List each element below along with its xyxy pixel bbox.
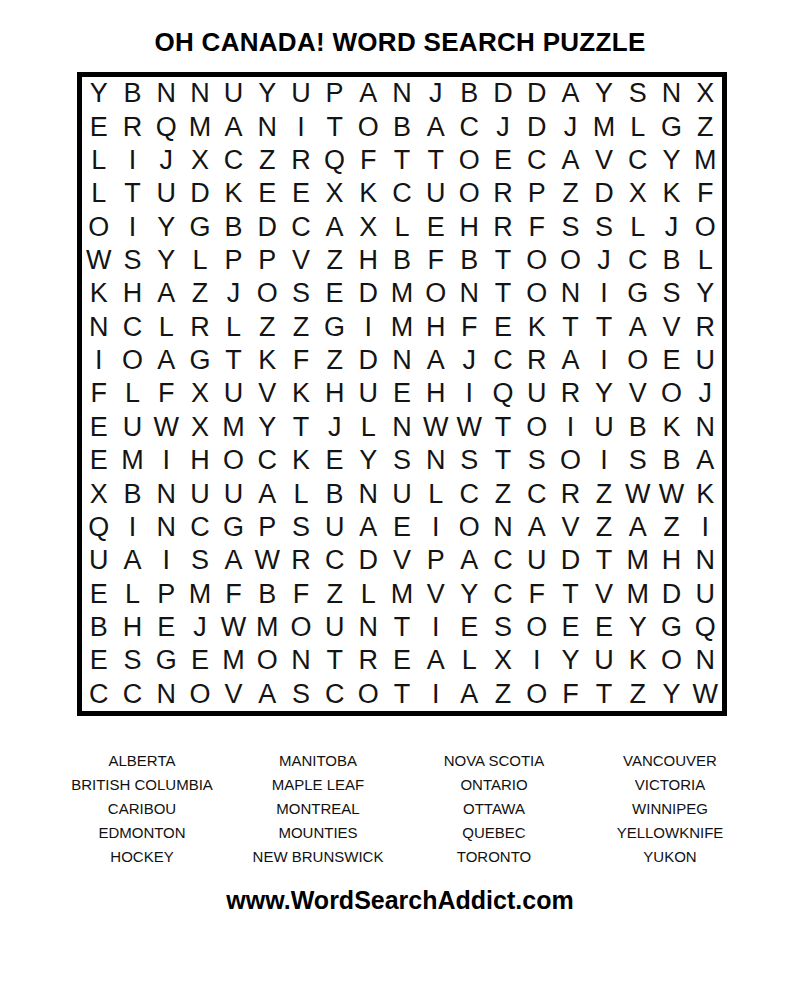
grid-cell[interactable]: Z — [587, 511, 621, 544]
grid-cell[interactable]: O — [453, 511, 487, 544]
grid-cell[interactable]: Q — [486, 377, 520, 410]
grid-cell[interactable]: X — [621, 177, 655, 210]
grid-cell[interactable]: A — [217, 110, 251, 143]
grid-cell[interactable]: U — [318, 511, 352, 544]
grid-cell[interactable]: E — [385, 511, 419, 544]
grid-cell[interactable]: G — [183, 344, 217, 377]
grid-cell[interactable]: N — [351, 477, 385, 510]
grid-cell[interactable]: O — [655, 377, 689, 410]
grid-cell[interactable]: I — [688, 511, 722, 544]
grid-cell[interactable]: O — [688, 210, 722, 243]
grid-cell[interactable]: G — [183, 210, 217, 243]
grid-cell[interactable]: F — [419, 244, 453, 277]
grid-cell[interactable]: N — [250, 110, 284, 143]
grid-cell[interactable]: H — [655, 544, 689, 577]
grid-cell[interactable]: C — [621, 244, 655, 277]
grid-cell[interactable]: K — [250, 344, 284, 377]
grid-cell[interactable]: K — [351, 177, 385, 210]
grid-cell[interactable]: R — [486, 210, 520, 243]
grid-cell[interactable]: N — [149, 477, 183, 510]
grid-cell[interactable]: H — [351, 244, 385, 277]
grid-cell[interactable]: C — [183, 511, 217, 544]
grid-cell[interactable]: G — [655, 110, 689, 143]
grid-cell[interactable]: C — [318, 544, 352, 577]
grid-cell[interactable]: O — [520, 611, 554, 644]
grid-cell[interactable]: T — [318, 644, 352, 677]
grid-cell[interactable]: O — [520, 411, 554, 444]
grid-cell[interactable]: B — [385, 244, 419, 277]
grid-cell[interactable]: P — [318, 77, 352, 110]
grid-cell[interactable]: S — [116, 244, 150, 277]
grid-cell[interactable]: O — [351, 110, 385, 143]
grid-cell[interactable]: Y — [351, 444, 385, 477]
grid-cell[interactable]: J — [419, 77, 453, 110]
grid-cell[interactable]: L — [621, 110, 655, 143]
grid-cell[interactable]: D — [554, 544, 588, 577]
grid-cell[interactable]: C — [116, 678, 150, 711]
grid-cell[interactable]: A — [621, 311, 655, 344]
grid-cell[interactable]: A — [554, 77, 588, 110]
grid-cell[interactable]: E — [587, 611, 621, 644]
grid-cell[interactable]: L — [688, 244, 722, 277]
grid-cell[interactable]: C — [116, 311, 150, 344]
grid-cell[interactable]: J — [183, 611, 217, 644]
grid-cell[interactable]: L — [82, 144, 116, 177]
grid-cell[interactable]: O — [183, 678, 217, 711]
grid-cell[interactable]: N — [419, 444, 453, 477]
grid-cell[interactable]: Z — [486, 477, 520, 510]
grid-cell[interactable]: U — [183, 477, 217, 510]
grid-cell[interactable]: K — [655, 411, 689, 444]
grid-cell[interactable]: Y — [621, 611, 655, 644]
grid-cell[interactable]: R — [688, 311, 722, 344]
grid-cell[interactable]: L — [116, 578, 150, 611]
grid-cell[interactable]: P — [419, 544, 453, 577]
grid-cell[interactable]: F — [284, 344, 318, 377]
grid-cell[interactable]: A — [419, 344, 453, 377]
grid-cell[interactable]: Y — [587, 77, 621, 110]
grid-cell[interactable]: A — [621, 511, 655, 544]
grid-cell[interactable]: Z — [318, 244, 352, 277]
grid-cell[interactable]: I — [116, 144, 150, 177]
grid-cell[interactable]: V — [217, 678, 251, 711]
grid-cell[interactable]: N — [385, 77, 419, 110]
grid-cell[interactable]: X — [351, 210, 385, 243]
grid-cell[interactable]: L — [82, 177, 116, 210]
grid-cell[interactable]: N — [688, 411, 722, 444]
grid-cell[interactable]: M — [250, 611, 284, 644]
grid-cell[interactable]: P — [149, 578, 183, 611]
grid-cell[interactable]: P — [520, 177, 554, 210]
grid-cell[interactable]: E — [82, 578, 116, 611]
grid-cell[interactable]: D — [520, 77, 554, 110]
grid-cell[interactable]: Y — [149, 244, 183, 277]
grid-cell[interactable]: B — [655, 444, 689, 477]
grid-cell[interactable]: I — [587, 344, 621, 377]
grid-cell[interactable]: A — [351, 511, 385, 544]
grid-cell[interactable]: F — [82, 377, 116, 410]
grid-cell[interactable]: D — [183, 177, 217, 210]
grid-cell[interactable]: Z — [655, 511, 689, 544]
grid-cell[interactable]: N — [385, 344, 419, 377]
grid-cell[interactable]: T — [587, 311, 621, 344]
grid-cell[interactable]: M — [621, 544, 655, 577]
grid-cell[interactable]: T — [217, 344, 251, 377]
grid-cell[interactable]: E — [655, 344, 689, 377]
grid-cell[interactable]: M — [587, 110, 621, 143]
grid-cell[interactable]: O — [554, 444, 588, 477]
grid-cell[interactable]: Y — [688, 277, 722, 310]
grid-cell[interactable]: C — [520, 477, 554, 510]
grid-cell[interactable]: H — [419, 311, 453, 344]
grid-cell[interactable]: V — [587, 578, 621, 611]
grid-cell[interactable]: K — [520, 311, 554, 344]
grid-cell[interactable]: M — [217, 644, 251, 677]
grid-cell[interactable]: C — [82, 678, 116, 711]
grid-cell[interactable]: T — [385, 678, 419, 711]
grid-cell[interactable]: G — [149, 644, 183, 677]
grid-cell[interactable]: Z — [318, 344, 352, 377]
grid-cell[interactable]: F — [520, 578, 554, 611]
grid-cell[interactable]: H — [453, 210, 487, 243]
grid-cell[interactable]: X — [82, 477, 116, 510]
grid-cell[interactable]: E — [284, 177, 318, 210]
grid-cell[interactable]: U — [587, 644, 621, 677]
grid-cell[interactable]: O — [351, 678, 385, 711]
grid-cell[interactable]: I — [351, 311, 385, 344]
grid-cell[interactable]: Y — [453, 578, 487, 611]
grid-cell[interactable]: D — [520, 110, 554, 143]
grid-cell[interactable]: A — [688, 444, 722, 477]
grid-cell[interactable]: I — [116, 210, 150, 243]
grid-cell[interactable]: S — [284, 277, 318, 310]
grid-cell[interactable]: L — [116, 377, 150, 410]
grid-cell[interactable]: S — [655, 277, 689, 310]
grid-cell[interactable]: L — [217, 311, 251, 344]
grid-cell[interactable]: L — [351, 411, 385, 444]
grid-cell[interactable]: T — [116, 177, 150, 210]
grid-cell[interactable]: W — [149, 411, 183, 444]
grid-cell[interactable]: J — [587, 244, 621, 277]
grid-cell[interactable]: M — [183, 578, 217, 611]
grid-cell[interactable]: O — [217, 444, 251, 477]
grid-cell[interactable]: G — [655, 611, 689, 644]
grid-cell[interactable]: Q — [149, 110, 183, 143]
grid-cell[interactable]: I — [419, 678, 453, 711]
grid-cell[interactable]: M — [116, 444, 150, 477]
grid-cell[interactable]: Y — [250, 77, 284, 110]
grid-cell[interactable]: A — [419, 110, 453, 143]
grid-cell[interactable]: G — [217, 511, 251, 544]
grid-cell[interactable]: A — [453, 544, 487, 577]
grid-cell[interactable]: F — [520, 210, 554, 243]
grid-cell[interactable]: K — [688, 477, 722, 510]
grid-cell[interactable]: E — [385, 377, 419, 410]
grid-cell[interactable]: N — [655, 77, 689, 110]
grid-cell[interactable]: V — [250, 377, 284, 410]
grid-cell[interactable]: I — [82, 344, 116, 377]
grid-cell[interactable]: S — [587, 210, 621, 243]
grid-cell[interactable]: K — [217, 177, 251, 210]
grid-cell[interactable]: E — [318, 277, 352, 310]
grid-cell[interactable]: C — [486, 544, 520, 577]
grid-cell[interactable]: V — [284, 244, 318, 277]
grid-cell[interactable]: O — [520, 678, 554, 711]
grid-cell[interactable]: J — [486, 110, 520, 143]
grid-cell[interactable]: T — [486, 444, 520, 477]
grid-cell[interactable]: D — [655, 578, 689, 611]
grid-cell[interactable]: A — [318, 210, 352, 243]
grid-cell[interactable]: L — [351, 578, 385, 611]
grid-cell[interactable]: C — [621, 144, 655, 177]
grid-cell[interactable]: Y — [250, 411, 284, 444]
grid-cell[interactable]: B — [116, 77, 150, 110]
grid-cell[interactable]: T — [385, 144, 419, 177]
grid-cell[interactable]: O — [655, 644, 689, 677]
grid-cell[interactable]: M — [621, 578, 655, 611]
grid-cell[interactable]: T — [587, 544, 621, 577]
grid-cell[interactable]: Y — [655, 678, 689, 711]
grid-cell[interactable]: Q — [318, 144, 352, 177]
grid-cell[interactable]: S — [621, 444, 655, 477]
grid-cell[interactable]: M — [385, 277, 419, 310]
grid-cell[interactable]: C — [250, 444, 284, 477]
grid-cell[interactable]: S — [284, 511, 318, 544]
grid-cell[interactable]: L — [621, 210, 655, 243]
grid-cell[interactable]: S — [385, 444, 419, 477]
grid-cell[interactable]: R — [554, 477, 588, 510]
grid-cell[interactable]: Z — [183, 277, 217, 310]
grid-cell[interactable]: W — [250, 544, 284, 577]
grid-cell[interactable]: W — [621, 477, 655, 510]
grid-cell[interactable]: O — [284, 611, 318, 644]
grid-cell[interactable]: F — [554, 678, 588, 711]
grid-cell[interactable]: R — [554, 377, 588, 410]
grid-cell[interactable]: C — [284, 210, 318, 243]
grid-cell[interactable]: E — [385, 644, 419, 677]
grid-cell[interactable]: X — [183, 144, 217, 177]
grid-cell[interactable]: G — [621, 277, 655, 310]
grid-cell[interactable]: E — [453, 611, 487, 644]
grid-cell[interactable]: I — [520, 644, 554, 677]
grid-cell[interactable]: D — [351, 344, 385, 377]
grid-cell[interactable]: A — [520, 511, 554, 544]
grid-cell[interactable]: A — [419, 644, 453, 677]
grid-cell[interactable]: T — [486, 244, 520, 277]
grid-cell[interactable]: S — [554, 210, 588, 243]
grid-cell[interactable]: Z — [621, 678, 655, 711]
grid-cell[interactable]: T — [318, 110, 352, 143]
grid-cell[interactable]: U — [149, 177, 183, 210]
grid-cell[interactable]: B — [453, 77, 487, 110]
grid-cell[interactable]: Y — [82, 77, 116, 110]
grid-cell[interactable]: U — [284, 77, 318, 110]
grid-cell[interactable]: W — [655, 477, 689, 510]
grid-cell[interactable]: E — [82, 444, 116, 477]
grid-cell[interactable]: E — [554, 611, 588, 644]
grid-cell[interactable]: A — [351, 77, 385, 110]
grid-cell[interactable]: A — [149, 277, 183, 310]
grid-cell[interactable]: M — [217, 411, 251, 444]
grid-cell[interactable]: X — [486, 644, 520, 677]
grid-cell[interactable]: I — [149, 444, 183, 477]
grid-cell[interactable]: S — [520, 444, 554, 477]
grid-cell[interactable]: K — [621, 644, 655, 677]
grid-cell[interactable]: S — [284, 678, 318, 711]
grid-cell[interactable]: O — [453, 177, 487, 210]
grid-cell[interactable]: N — [183, 77, 217, 110]
grid-cell[interactable]: T — [385, 611, 419, 644]
grid-cell[interactable]: V — [655, 311, 689, 344]
grid-cell[interactable]: N — [149, 511, 183, 544]
grid-cell[interactable]: N — [385, 411, 419, 444]
grid-cell[interactable]: U — [217, 77, 251, 110]
grid-cell[interactable]: I — [419, 611, 453, 644]
grid-cell[interactable]: P — [250, 244, 284, 277]
grid-cell[interactable]: J — [149, 144, 183, 177]
grid-cell[interactable]: O — [250, 644, 284, 677]
grid-cell[interactable]: M — [183, 110, 217, 143]
grid-cell[interactable]: X — [183, 377, 217, 410]
grid-cell[interactable]: T — [486, 277, 520, 310]
grid-cell[interactable]: T — [554, 311, 588, 344]
grid-cell[interactable]: Y — [655, 144, 689, 177]
grid-cell[interactable]: I — [453, 377, 487, 410]
grid-cell[interactable]: Z — [486, 678, 520, 711]
grid-cell[interactable]: W — [688, 678, 722, 711]
grid-cell[interactable]: L — [385, 210, 419, 243]
grid-cell[interactable]: R — [284, 144, 318, 177]
grid-cell[interactable]: T — [486, 411, 520, 444]
grid-cell[interactable]: R — [116, 110, 150, 143]
grid-cell[interactable]: Z — [284, 311, 318, 344]
grid-cell[interactable]: X — [183, 411, 217, 444]
grid-cell[interactable]: Z — [554, 177, 588, 210]
grid-cell[interactable]: U — [688, 578, 722, 611]
grid-cell[interactable]: A — [116, 544, 150, 577]
grid-cell[interactable]: M — [385, 578, 419, 611]
grid-cell[interactable]: M — [385, 311, 419, 344]
grid-cell[interactable]: W — [217, 611, 251, 644]
grid-cell[interactable]: W — [453, 411, 487, 444]
grid-cell[interactable]: V — [621, 377, 655, 410]
grid-cell[interactable]: J — [453, 344, 487, 377]
grid-cell[interactable]: E — [82, 411, 116, 444]
grid-cell[interactable]: E — [183, 644, 217, 677]
grid-cell[interactable]: E — [250, 177, 284, 210]
grid-cell[interactable]: H — [116, 277, 150, 310]
grid-cell[interactable]: R — [486, 177, 520, 210]
grid-cell[interactable]: L — [183, 244, 217, 277]
grid-cell[interactable]: K — [655, 177, 689, 210]
grid-cell[interactable]: T — [419, 144, 453, 177]
grid-cell[interactable]: A — [554, 144, 588, 177]
grid-cell[interactable]: D — [351, 544, 385, 577]
grid-cell[interactable]: A — [217, 544, 251, 577]
grid-cell[interactable]: J — [554, 110, 588, 143]
grid-cell[interactable]: A — [250, 477, 284, 510]
grid-cell[interactable]: Z — [318, 578, 352, 611]
grid-cell[interactable]: C — [217, 144, 251, 177]
grid-cell[interactable]: C — [520, 144, 554, 177]
grid-cell[interactable]: V — [385, 544, 419, 577]
grid-cell[interactable]: L — [453, 644, 487, 677]
grid-cell[interactable]: H — [183, 444, 217, 477]
grid-cell[interactable]: O — [520, 244, 554, 277]
grid-cell[interactable]: J — [688, 377, 722, 410]
grid-cell[interactable]: T — [587, 678, 621, 711]
grid-cell[interactable]: O — [419, 277, 453, 310]
grid-cell[interactable]: D — [250, 210, 284, 243]
grid-cell[interactable]: U — [587, 411, 621, 444]
grid-cell[interactable]: R — [183, 311, 217, 344]
grid-cell[interactable]: E — [82, 110, 116, 143]
grid-cell[interactable]: R — [351, 644, 385, 677]
grid-cell[interactable]: U — [385, 477, 419, 510]
grid-cell[interactable]: B — [116, 477, 150, 510]
grid-cell[interactable]: Q — [688, 611, 722, 644]
grid-cell[interactable]: E — [149, 611, 183, 644]
grid-cell[interactable]: C — [453, 110, 487, 143]
grid-cell[interactable]: B — [318, 477, 352, 510]
grid-cell[interactable]: B — [385, 110, 419, 143]
grid-cell[interactable]: D — [486, 77, 520, 110]
grid-cell[interactable]: Z — [250, 311, 284, 344]
grid-cell[interactable]: Y — [587, 377, 621, 410]
grid-cell[interactable]: L — [149, 311, 183, 344]
grid-cell[interactable]: C — [486, 578, 520, 611]
grid-cell[interactable]: F — [453, 311, 487, 344]
grid-cell[interactable]: I — [554, 411, 588, 444]
grid-cell[interactable]: E — [419, 210, 453, 243]
grid-cell[interactable]: F — [351, 144, 385, 177]
grid-cell[interactable]: H — [419, 377, 453, 410]
grid-cell[interactable]: B — [621, 411, 655, 444]
grid-cell[interactable]: Y — [554, 644, 588, 677]
grid-cell[interactable]: X — [688, 77, 722, 110]
grid-cell[interactable]: W — [82, 244, 116, 277]
grid-cell[interactable]: M — [688, 144, 722, 177]
grid-cell[interactable]: U — [217, 377, 251, 410]
grid-cell[interactable]: N — [453, 277, 487, 310]
grid-cell[interactable]: N — [486, 511, 520, 544]
grid-cell[interactable]: I — [284, 110, 318, 143]
grid-cell[interactable]: J — [655, 210, 689, 243]
grid-cell[interactable]: K — [82, 277, 116, 310]
grid-cell[interactable]: A — [250, 678, 284, 711]
grid-cell[interactable]: U — [520, 377, 554, 410]
grid-cell[interactable]: I — [587, 444, 621, 477]
grid-cell[interactable]: F — [284, 578, 318, 611]
grid-cell[interactable]: N — [82, 311, 116, 344]
grid-cell[interactable]: Z — [587, 477, 621, 510]
grid-cell[interactable]: S — [116, 644, 150, 677]
grid-cell[interactable]: A — [149, 344, 183, 377]
grid-cell[interactable]: O — [116, 344, 150, 377]
grid-cell[interactable]: U — [116, 411, 150, 444]
grid-cell[interactable]: R — [284, 544, 318, 577]
grid-cell[interactable]: U — [82, 544, 116, 577]
grid-cell[interactable]: K — [284, 444, 318, 477]
grid-cell[interactable]: V — [419, 578, 453, 611]
grid-cell[interactable]: P — [250, 511, 284, 544]
grid-cell[interactable]: G — [318, 311, 352, 344]
grid-cell[interactable]: K — [284, 377, 318, 410]
grid-cell[interactable]: N — [688, 544, 722, 577]
grid-cell[interactable]: E — [318, 444, 352, 477]
grid-cell[interactable]: V — [554, 511, 588, 544]
grid-cell[interactable]: J — [217, 277, 251, 310]
